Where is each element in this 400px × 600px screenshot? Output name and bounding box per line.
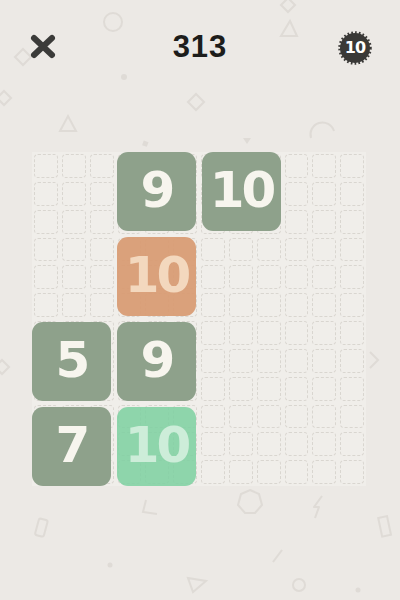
tile-9[interactable]: 9 bbox=[117, 322, 196, 401]
tile-5[interactable]: 5 bbox=[32, 322, 111, 401]
decor-arc bbox=[310, 122, 334, 138]
decor-triangle bbox=[60, 116, 76, 131]
decor-diamond bbox=[188, 94, 204, 110]
decor-dot bbox=[356, 588, 361, 593]
game-board: 9101059710 bbox=[32, 152, 366, 486]
decor-triangle-dot bbox=[243, 138, 251, 144]
decor-chevron bbox=[370, 352, 378, 368]
tile-7[interactable]: 7 bbox=[32, 407, 111, 486]
decor-dot bbox=[108, 563, 113, 568]
tile-layer: 9101059710 bbox=[32, 152, 366, 486]
decor-triangle bbox=[188, 578, 206, 592]
decor-corner bbox=[143, 500, 157, 514]
decor-line bbox=[273, 550, 282, 562]
target-badge: 10 bbox=[337, 30, 373, 66]
decor-circle bbox=[293, 579, 305, 591]
target-badge-value: 10 bbox=[337, 30, 373, 66]
tile-10[interactable]: 10 bbox=[202, 152, 281, 231]
tile-10[interactable]: 10 bbox=[117, 237, 196, 316]
decor-lightning bbox=[314, 496, 322, 518]
decor-square-dot bbox=[142, 140, 148, 146]
decor-diamond bbox=[0, 360, 9, 374]
tile-9[interactable]: 9 bbox=[117, 152, 196, 231]
decor-rect bbox=[378, 516, 391, 536]
tile-10[interactable]: 10 bbox=[117, 407, 196, 486]
decor-heptagon bbox=[238, 490, 262, 513]
header: 313 10 bbox=[0, 0, 400, 96]
decor-rect bbox=[35, 518, 48, 537]
